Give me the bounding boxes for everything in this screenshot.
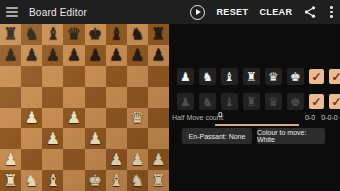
square-g4[interactable]: ♛ [127, 108, 148, 129]
white-queen: ♛ [130, 109, 144, 125]
square-f6[interactable] [106, 66, 127, 87]
palette-white-queen-button[interactable]: ♛ [265, 68, 282, 85]
square-c5[interactable] [42, 87, 63, 108]
square-c2[interactable] [42, 149, 63, 170]
square-h8[interactable]: ♜ [148, 24, 169, 45]
square-d7[interactable]: ♟ [63, 45, 84, 66]
square-e5[interactable] [85, 87, 106, 108]
reset-button[interactable]: RESET [216, 7, 248, 17]
square-e3[interactable]: ♟ [85, 128, 106, 149]
square-c4[interactable] [42, 108, 63, 129]
play-button[interactable] [190, 5, 205, 20]
square-a3[interactable] [0, 128, 21, 149]
black-pawn: ♟ [151, 47, 165, 63]
en-passant-button[interactable]: En-Passant: None [182, 128, 252, 144]
palette-black-queen-button[interactable]: ♛ [265, 93, 282, 110]
half-move-input[interactable]: 0 [215, 109, 299, 126]
square-g6[interactable] [127, 66, 148, 87]
clear-button[interactable]: CLEAR [259, 7, 292, 17]
castling-queenside-label: 0-0-0 [319, 114, 340, 121]
square-a4[interactable] [0, 108, 21, 129]
white-pawn: ♟ [109, 151, 123, 167]
square-d3[interactable] [63, 128, 84, 149]
black-knight: ♞ [25, 26, 39, 42]
black-rook: ♜ [3, 26, 17, 42]
black-knight: ♞ [130, 26, 144, 42]
square-a5[interactable] [0, 87, 21, 108]
castling-kingside-label: 0-0 [301, 114, 319, 121]
square-g5[interactable] [127, 87, 148, 108]
white-king: ♚ [88, 172, 102, 188]
square-a2[interactable]: ♟ [0, 149, 21, 170]
play-icon [196, 9, 201, 15]
black-pawn-icon: ♟ [180, 96, 191, 108]
white-pawn-icon: ♟ [180, 71, 191, 83]
square-c3[interactable]: ♟ [42, 128, 63, 149]
square-a8[interactable]: ♜ [0, 24, 21, 45]
white-pawn: ♟ [130, 151, 144, 167]
board-editor-screen: Board Editor RESET CLEAR ♜♞♝♛♚♝♞♜♟♟♟♟♟♟♟… [0, 0, 340, 191]
square-b6[interactable] [21, 66, 42, 87]
check-icon: ✓ [311, 71, 321, 83]
square-a1[interactable]: ♜ [0, 170, 21, 191]
square-f2[interactable]: ♟ [106, 149, 127, 170]
square-g8[interactable]: ♞ [127, 24, 148, 45]
square-c8[interactable]: ♝ [42, 24, 63, 45]
half-move-value: 0 [218, 110, 222, 119]
square-c1[interactable]: ♝ [42, 170, 63, 191]
square-g1[interactable]: ♞ [127, 170, 148, 191]
square-g7[interactable]: ♟ [127, 45, 148, 66]
black-bishop: ♝ [46, 26, 60, 42]
square-g2[interactable]: ♟ [127, 149, 148, 170]
palette-black-rook-button[interactable]: ♜ [243, 93, 260, 110]
white-knight-icon: ♞ [202, 71, 213, 83]
black-pawn: ♟ [46, 47, 60, 63]
square-h1[interactable]: ♜ [148, 170, 169, 191]
black-rook-icon: ♜ [246, 96, 257, 108]
square-c6[interactable] [42, 66, 63, 87]
square-d6[interactable] [63, 66, 84, 87]
square-f7[interactable]: ♟ [106, 45, 127, 66]
square-e4[interactable] [85, 108, 106, 129]
black-pawn: ♟ [109, 47, 123, 63]
castling-white-kingside-checkbox[interactable]: ✓ [309, 69, 324, 84]
black-pawn: ♟ [67, 47, 81, 63]
black-bishop-icon: ♝ [224, 96, 235, 108]
white-pawn: ♟ [151, 151, 165, 167]
square-a6[interactable] [0, 66, 21, 87]
square-g3[interactable] [127, 128, 148, 149]
square-f4[interactable] [106, 108, 127, 129]
palette-row-white: ♟♞♝♜♛♚✓✓ [177, 68, 340, 85]
black-king-icon: ♚ [290, 96, 301, 108]
square-e6[interactable] [85, 66, 106, 87]
overflow-menu-icon[interactable] [328, 5, 335, 19]
square-d5[interactable] [63, 87, 84, 108]
white-knight: ♞ [25, 172, 39, 188]
square-a7[interactable]: ♟ [0, 45, 21, 66]
square-b1[interactable]: ♞ [21, 170, 42, 191]
square-b4[interactable]: ♟ [21, 108, 42, 129]
square-d1[interactable] [63, 170, 84, 191]
white-pawn: ♟ [25, 109, 39, 125]
share-icon[interactable] [303, 5, 317, 19]
palette-black-pawn-button[interactable]: ♟ [177, 93, 194, 110]
chess-board: ♜♞♝♛♚♝♞♜♟♟♟♟♟♟♟♟♟♟♛♟♟♟♟♟♟♜♞♝♚♝♞♜ [0, 24, 169, 191]
square-e7[interactable]: ♟ [85, 45, 106, 66]
square-h7[interactable]: ♟ [148, 45, 169, 66]
palette-black-king-button[interactable]: ♚ [287, 93, 304, 110]
page-title: Board Editor [29, 7, 87, 18]
square-h3[interactable] [148, 128, 169, 149]
palette-white-bishop-button[interactable]: ♝ [221, 68, 238, 85]
square-h5[interactable] [148, 87, 169, 108]
white-bishop-icon: ♝ [224, 71, 235, 83]
black-pawn: ♟ [25, 47, 39, 63]
black-pawn: ♟ [88, 47, 102, 63]
square-d2[interactable] [63, 149, 84, 170]
square-e2[interactable] [85, 149, 106, 170]
black-knight-icon: ♞ [202, 96, 213, 108]
square-e1[interactable]: ♚ [85, 170, 106, 191]
black-queen-icon: ♛ [268, 96, 279, 108]
square-f5[interactable] [106, 87, 127, 108]
square-b5[interactable] [21, 87, 42, 108]
main-area: ♜♞♝♛♚♝♞♜♟♟♟♟♟♟♟♟♟♟♛♟♟♟♟♟♟♜♞♝♚♝♞♜ ♟♞♝♜♛♚✓… [0, 24, 340, 191]
palette-white-knight-button[interactable]: ♞ [199, 68, 216, 85]
square-h4[interactable] [148, 108, 169, 129]
colour-to-move-button[interactable]: Colour to move: White [257, 128, 325, 144]
black-rook: ♜ [151, 26, 165, 42]
palette-white-pawn-button[interactable]: ♟ [177, 68, 194, 85]
white-rook: ♜ [151, 172, 165, 188]
black-king: ♚ [88, 26, 102, 42]
square-b7[interactable]: ♟ [21, 45, 42, 66]
white-king-icon: ♚ [290, 71, 301, 83]
white-bishop: ♝ [46, 172, 60, 188]
palette-row-black: ♟♞♝♜♛♚✓✓ [177, 93, 340, 110]
palette-black-bishop-button[interactable]: ♝ [221, 93, 238, 110]
square-b3[interactable] [21, 128, 42, 149]
white-knight: ♞ [130, 172, 144, 188]
editor-panel: ♟♞♝♜♛♚✓✓ ♟♞♝♜♛♚✓✓ Half Move count: 0 0-0… [169, 24, 340, 191]
palette-white-king-button[interactable]: ♚ [287, 68, 304, 85]
square-e8[interactable]: ♚ [85, 24, 106, 45]
black-bishop: ♝ [109, 26, 123, 42]
square-d4[interactable]: ♟ [63, 108, 84, 129]
square-b2[interactable] [21, 149, 42, 170]
white-pawn: ♟ [46, 130, 60, 146]
square-d8[interactable]: ♛ [63, 24, 84, 45]
white-bishop: ♝ [109, 172, 123, 188]
square-f8[interactable]: ♝ [106, 24, 127, 45]
white-queen-icon: ♛ [268, 71, 279, 83]
top-app-bar: Board Editor RESET CLEAR [0, 0, 340, 24]
black-pawn: ♟ [3, 47, 17, 63]
castling-black-kingside-checkbox[interactable]: ✓ [309, 94, 324, 109]
check-icon: ✓ [331, 71, 340, 83]
square-h6[interactable] [148, 66, 169, 87]
square-b8[interactable]: ♞ [21, 24, 42, 45]
white-pawn: ♟ [88, 130, 102, 146]
palette-black-knight-button[interactable]: ♞ [199, 93, 216, 110]
white-pawn: ♟ [67, 109, 81, 125]
check-icon: ✓ [331, 96, 340, 108]
square-f1[interactable]: ♝ [106, 170, 127, 191]
square-h2[interactable]: ♟ [148, 149, 169, 170]
castling-black-queenside-checkbox[interactable]: ✓ [329, 94, 340, 109]
white-rook: ♜ [3, 172, 17, 188]
white-pawn: ♟ [3, 151, 17, 167]
palette-white-rook-button[interactable]: ♜ [243, 68, 260, 85]
check-icon: ✓ [311, 96, 321, 108]
castling-white-queenside-checkbox[interactable]: ✓ [329, 69, 340, 84]
square-c7[interactable]: ♟ [42, 45, 63, 66]
black-pawn: ♟ [130, 47, 144, 63]
menu-icon[interactable] [6, 7, 18, 17]
input-underline [215, 124, 299, 126]
black-queen: ♛ [67, 26, 81, 42]
white-rook-icon: ♜ [246, 71, 257, 83]
square-f3[interactable] [106, 128, 127, 149]
